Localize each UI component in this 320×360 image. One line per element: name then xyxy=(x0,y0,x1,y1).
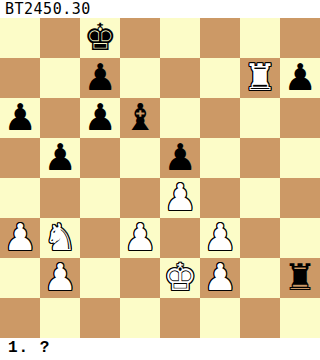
square-f5[interactable] xyxy=(200,138,240,178)
piece-black-pawn[interactable]: ♟ xyxy=(163,138,196,178)
square-c2[interactable] xyxy=(80,258,120,298)
square-f2[interactable]: ♟ xyxy=(200,258,240,298)
square-c3[interactable] xyxy=(80,218,120,258)
piece-black-king[interactable]: ♚ xyxy=(83,18,116,58)
square-a4[interactable] xyxy=(0,178,40,218)
square-h7[interactable]: ♟ xyxy=(280,58,320,98)
square-h6[interactable] xyxy=(280,98,320,138)
square-e4[interactable]: ♟ xyxy=(160,178,200,218)
piece-white-pawn[interactable]: ♟ xyxy=(43,258,76,298)
square-a8[interactable] xyxy=(0,18,40,58)
puzzle-id-title: BT2450.30 xyxy=(5,1,91,17)
piece-black-pawn[interactable]: ♟ xyxy=(83,98,116,138)
square-d2[interactable] xyxy=(120,258,160,298)
piece-black-rook[interactable]: ♜ xyxy=(283,258,316,298)
square-e1[interactable] xyxy=(160,298,200,338)
square-h2[interactable]: ♜ xyxy=(280,258,320,298)
square-b2[interactable]: ♟ xyxy=(40,258,80,298)
square-g7[interactable]: ♜ xyxy=(240,58,280,98)
square-a5[interactable] xyxy=(0,138,40,178)
square-c6[interactable]: ♟ xyxy=(80,98,120,138)
square-a2[interactable] xyxy=(0,258,40,298)
square-g2[interactable] xyxy=(240,258,280,298)
square-g8[interactable] xyxy=(240,18,280,58)
square-f7[interactable] xyxy=(200,58,240,98)
piece-black-pawn[interactable]: ♟ xyxy=(3,98,36,138)
piece-black-bishop[interactable]: ♝ xyxy=(123,98,156,138)
square-e8[interactable] xyxy=(160,18,200,58)
move-prompt: 1. ? xyxy=(8,339,50,357)
square-d5[interactable] xyxy=(120,138,160,178)
square-g4[interactable] xyxy=(240,178,280,218)
square-f6[interactable] xyxy=(200,98,240,138)
piece-white-pawn[interactable]: ♟ xyxy=(203,218,236,258)
square-e2[interactable]: ♚ xyxy=(160,258,200,298)
square-d3[interactable]: ♟ xyxy=(120,218,160,258)
piece-white-king[interactable]: ♚ xyxy=(163,258,196,298)
square-d8[interactable] xyxy=(120,18,160,58)
square-d1[interactable] xyxy=(120,298,160,338)
square-h1[interactable] xyxy=(280,298,320,338)
square-b7[interactable] xyxy=(40,58,80,98)
square-f1[interactable] xyxy=(200,298,240,338)
square-c8[interactable]: ♚ xyxy=(80,18,120,58)
square-a7[interactable] xyxy=(0,58,40,98)
square-a1[interactable] xyxy=(0,298,40,338)
piece-black-pawn[interactable]: ♟ xyxy=(83,58,116,98)
square-h4[interactable] xyxy=(280,178,320,218)
square-a3[interactable]: ♟ xyxy=(0,218,40,258)
square-g5[interactable] xyxy=(240,138,280,178)
square-b5[interactable]: ♟ xyxy=(40,138,80,178)
square-b3[interactable]: ♞ xyxy=(40,218,80,258)
chess-board: ♚♟♜♟♟♟♝♟♟♟♟♞♟♟♟♚♟♜ xyxy=(0,18,320,338)
square-g6[interactable] xyxy=(240,98,280,138)
piece-white-pawn[interactable]: ♟ xyxy=(203,258,236,298)
square-b8[interactable] xyxy=(40,18,80,58)
piece-white-rook[interactable]: ♜ xyxy=(243,58,276,98)
piece-black-pawn[interactable]: ♟ xyxy=(283,58,316,98)
square-d4[interactable] xyxy=(120,178,160,218)
square-c5[interactable] xyxy=(80,138,120,178)
piece-white-pawn[interactable]: ♟ xyxy=(163,178,196,218)
square-d6[interactable]: ♝ xyxy=(120,98,160,138)
square-c4[interactable] xyxy=(80,178,120,218)
piece-white-pawn[interactable]: ♟ xyxy=(3,218,36,258)
square-f3[interactable]: ♟ xyxy=(200,218,240,258)
piece-white-knight[interactable]: ♞ xyxy=(43,218,76,258)
square-e3[interactable] xyxy=(160,218,200,258)
square-h8[interactable] xyxy=(280,18,320,58)
square-g3[interactable] xyxy=(240,218,280,258)
piece-black-pawn[interactable]: ♟ xyxy=(43,138,76,178)
square-c1[interactable] xyxy=(80,298,120,338)
square-h3[interactable] xyxy=(280,218,320,258)
square-c7[interactable]: ♟ xyxy=(80,58,120,98)
square-e6[interactable] xyxy=(160,98,200,138)
square-h5[interactable] xyxy=(280,138,320,178)
square-f8[interactable] xyxy=(200,18,240,58)
square-g1[interactable] xyxy=(240,298,280,338)
piece-white-pawn[interactable]: ♟ xyxy=(123,218,156,258)
square-b4[interactable] xyxy=(40,178,80,218)
square-d7[interactable] xyxy=(120,58,160,98)
square-e7[interactable] xyxy=(160,58,200,98)
square-a6[interactable]: ♟ xyxy=(0,98,40,138)
square-e5[interactable]: ♟ xyxy=(160,138,200,178)
square-b1[interactable] xyxy=(40,298,80,338)
square-b6[interactable] xyxy=(40,98,80,138)
square-f4[interactable] xyxy=(200,178,240,218)
